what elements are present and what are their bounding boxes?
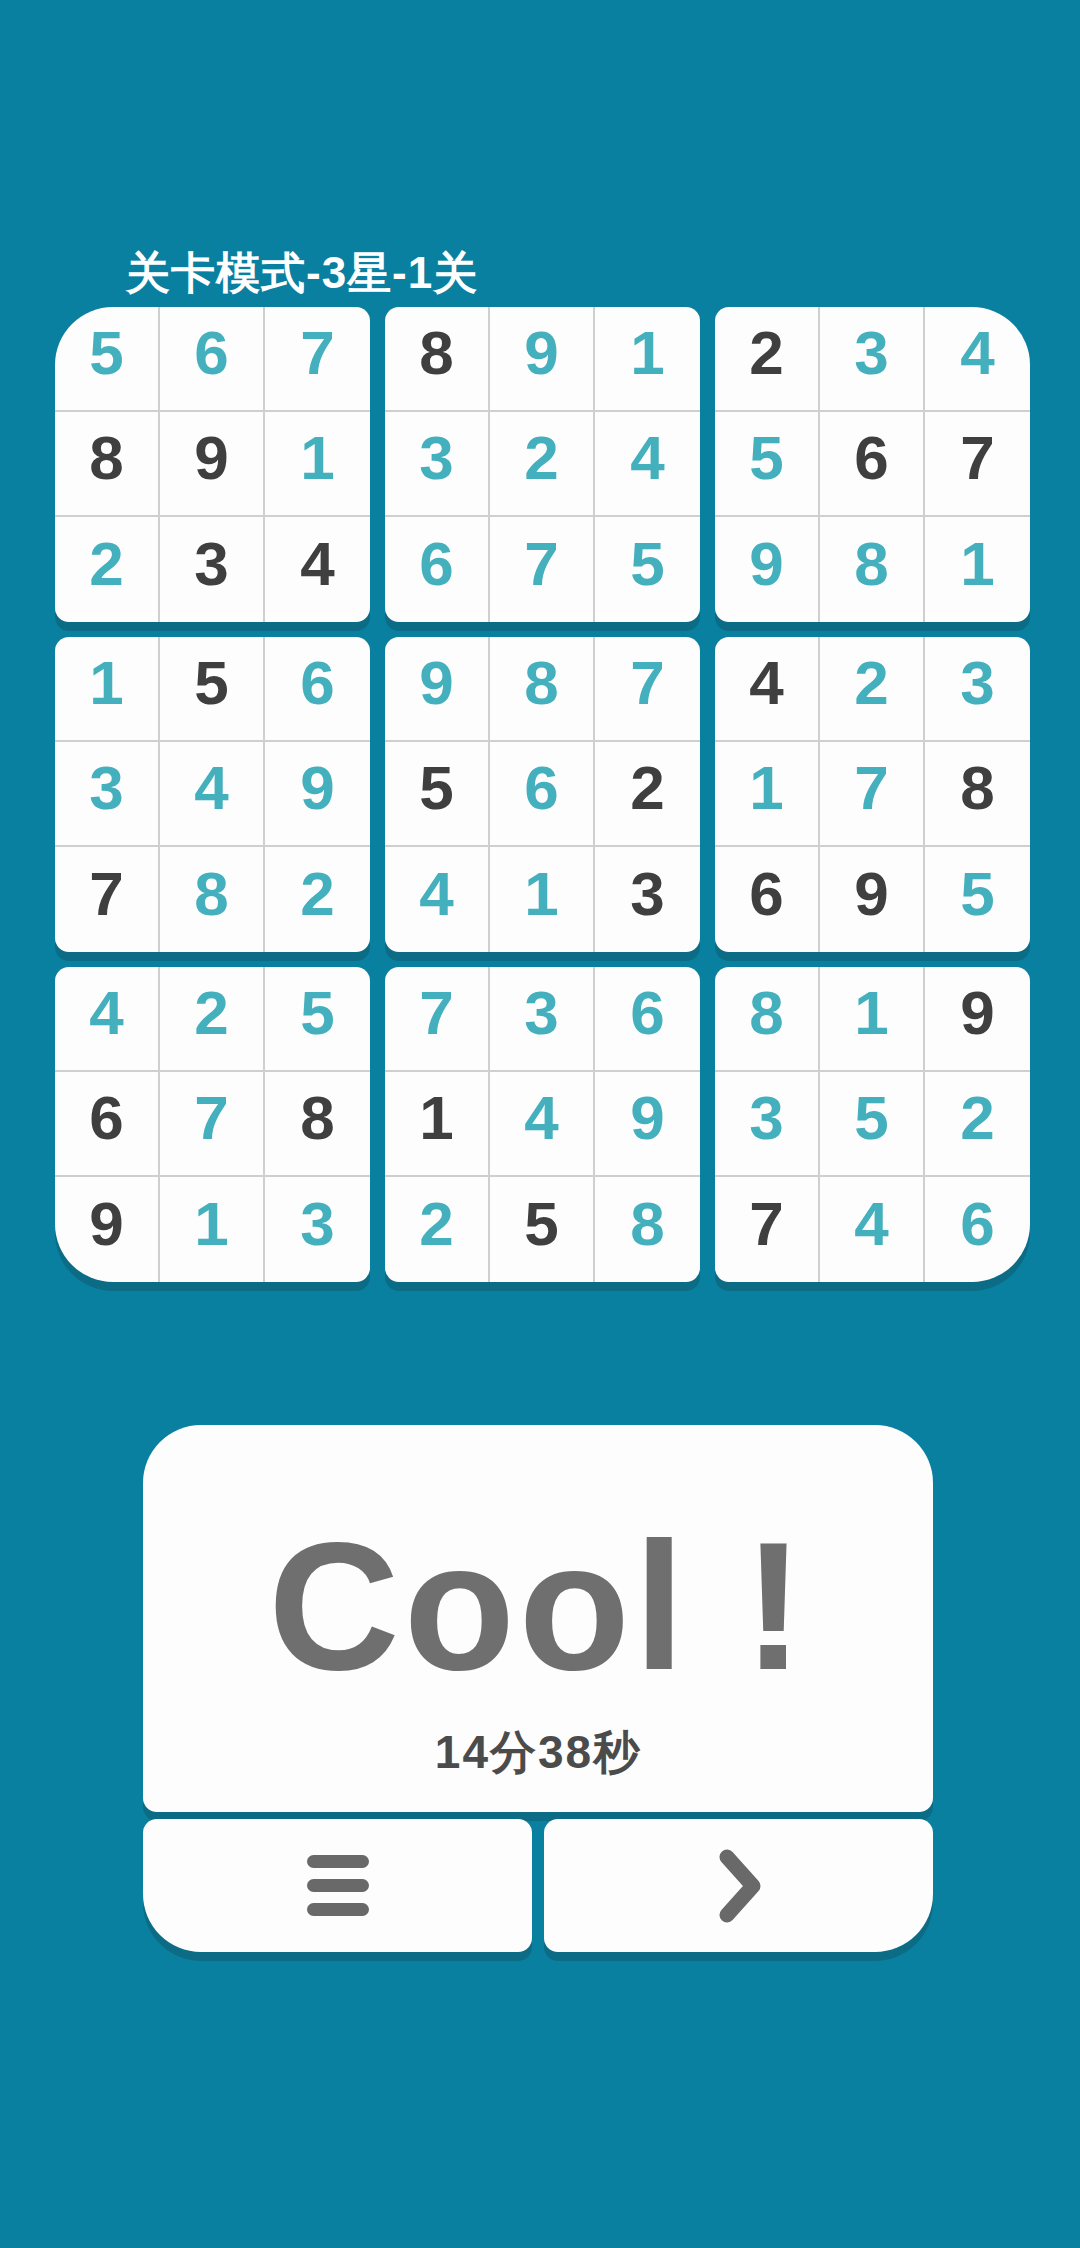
action-button-row <box>143 1819 933 1952</box>
next-level-button[interactable] <box>544 1819 933 1952</box>
cell-r7c3[interactable]: 5 <box>265 967 370 1072</box>
board-block-7: 425678913 <box>55 967 370 1282</box>
cell-r3c2[interactable]: 3 <box>160 517 265 622</box>
cell-r4c9[interactable]: 3 <box>925 637 1030 742</box>
result-card: Cool ! 14分38秒 <box>143 1425 933 1812</box>
cell-r5c3[interactable]: 9 <box>265 742 370 847</box>
cell-r5c2[interactable]: 4 <box>160 742 265 847</box>
cell-r8c9[interactable]: 2 <box>925 1072 1030 1177</box>
cell-r8c5[interactable]: 4 <box>490 1072 595 1177</box>
cell-r6c7[interactable]: 6 <box>715 847 820 952</box>
cell-r3c6[interactable]: 5 <box>595 517 700 622</box>
cell-r1c9[interactable]: 4 <box>925 307 1030 412</box>
cell-r7c1[interactable]: 4 <box>55 967 160 1072</box>
cell-r5c7[interactable]: 1 <box>715 742 820 847</box>
cell-r6c9[interactable]: 5 <box>925 847 1030 952</box>
cell-r3c7[interactable]: 9 <box>715 517 820 622</box>
cell-r1c8[interactable]: 3 <box>820 307 925 412</box>
cell-r3c8[interactable]: 8 <box>820 517 925 622</box>
cell-r2c2[interactable]: 9 <box>160 412 265 517</box>
cell-r8c7[interactable]: 3 <box>715 1072 820 1177</box>
board-block-2: 891324675 <box>385 307 700 622</box>
cell-r9c9[interactable]: 6 <box>925 1177 1030 1282</box>
cell-r8c8[interactable]: 5 <box>820 1072 925 1177</box>
cell-r2c3[interactable]: 1 <box>265 412 370 517</box>
cell-r5c8[interactable]: 7 <box>820 742 925 847</box>
menu-button[interactable] <box>143 1819 532 1952</box>
cell-r1c3[interactable]: 7 <box>265 307 370 412</box>
cell-r2c7[interactable]: 5 <box>715 412 820 517</box>
board-block-4: 156349782 <box>55 637 370 952</box>
cell-r4c7[interactable]: 4 <box>715 637 820 742</box>
cell-r6c1[interactable]: 7 <box>55 847 160 952</box>
cell-r4c2[interactable]: 5 <box>160 637 265 742</box>
level-title: 关卡模式-3星-1关 <box>126 244 478 303</box>
cell-r2c5[interactable]: 2 <box>490 412 595 517</box>
hamburger-icon <box>307 1855 369 1916</box>
cell-r6c3[interactable]: 2 <box>265 847 370 952</box>
board-block-5: 987562413 <box>385 637 700 952</box>
cell-r5c9[interactable]: 8 <box>925 742 1030 847</box>
cell-r4c1[interactable]: 1 <box>55 637 160 742</box>
cell-r1c4[interactable]: 8 <box>385 307 490 412</box>
cell-r1c6[interactable]: 1 <box>595 307 700 412</box>
cell-r3c3[interactable]: 4 <box>265 517 370 622</box>
cell-r7c9[interactable]: 9 <box>925 967 1030 1072</box>
cell-r3c5[interactable]: 7 <box>490 517 595 622</box>
sudoku-board: 5678912348913246752345679811563497829875… <box>55 307 1030 1282</box>
cell-r2c1[interactable]: 8 <box>55 412 160 517</box>
result-message: Cool ! <box>268 1499 808 1714</box>
chevron-right-icon <box>715 1845 763 1927</box>
cell-r7c4[interactable]: 7 <box>385 967 490 1072</box>
cell-r3c1[interactable]: 2 <box>55 517 160 622</box>
cell-r8c4[interactable]: 1 <box>385 1072 490 1177</box>
sudoku-win-screen: 关卡模式-3星-1关 56789123489132467523456798115… <box>0 0 1080 2248</box>
cell-r7c2[interactable]: 2 <box>160 967 265 1072</box>
cell-r8c2[interactable]: 7 <box>160 1072 265 1177</box>
cell-r2c6[interactable]: 4 <box>595 412 700 517</box>
cell-r9c6[interactable]: 8 <box>595 1177 700 1282</box>
cell-r9c7[interactable]: 7 <box>715 1177 820 1282</box>
cell-r4c5[interactable]: 8 <box>490 637 595 742</box>
cell-r7c5[interactable]: 3 <box>490 967 595 1072</box>
cell-r9c4[interactable]: 2 <box>385 1177 490 1282</box>
cell-r1c2[interactable]: 6 <box>160 307 265 412</box>
cell-r6c8[interactable]: 9 <box>820 847 925 952</box>
cell-r2c8[interactable]: 6 <box>820 412 925 517</box>
cell-r8c3[interactable]: 8 <box>265 1072 370 1177</box>
cell-r9c8[interactable]: 4 <box>820 1177 925 1282</box>
result-time: 14分38秒 <box>435 1722 641 1784</box>
cell-r5c4[interactable]: 5 <box>385 742 490 847</box>
cell-r9c2[interactable]: 1 <box>160 1177 265 1282</box>
cell-r5c5[interactable]: 6 <box>490 742 595 847</box>
board-block-1: 567891234 <box>55 307 370 622</box>
cell-r9c3[interactable]: 3 <box>265 1177 370 1282</box>
board-block-6: 423178695 <box>715 637 1030 952</box>
cell-r2c9[interactable]: 7 <box>925 412 1030 517</box>
cell-r1c1[interactable]: 5 <box>55 307 160 412</box>
cell-r9c5[interactable]: 5 <box>490 1177 595 1282</box>
cell-r5c1[interactable]: 3 <box>55 742 160 847</box>
board-block-8: 736149258 <box>385 967 700 1282</box>
cell-r1c5[interactable]: 9 <box>490 307 595 412</box>
cell-r1c7[interactable]: 2 <box>715 307 820 412</box>
cell-r8c6[interactable]: 9 <box>595 1072 700 1177</box>
cell-r2c4[interactable]: 3 <box>385 412 490 517</box>
cell-r6c6[interactable]: 3 <box>595 847 700 952</box>
cell-r7c6[interactable]: 6 <box>595 967 700 1072</box>
cell-r4c8[interactable]: 2 <box>820 637 925 742</box>
cell-r6c4[interactable]: 4 <box>385 847 490 952</box>
board-block-9: 819352746 <box>715 967 1030 1282</box>
cell-r8c1[interactable]: 6 <box>55 1072 160 1177</box>
cell-r6c2[interactable]: 8 <box>160 847 265 952</box>
cell-r6c5[interactable]: 1 <box>490 847 595 952</box>
cell-r3c9[interactable]: 1 <box>925 517 1030 622</box>
cell-r7c8[interactable]: 1 <box>820 967 925 1072</box>
cell-r4c3[interactable]: 6 <box>265 637 370 742</box>
cell-r3c4[interactable]: 6 <box>385 517 490 622</box>
cell-r4c4[interactable]: 9 <box>385 637 490 742</box>
cell-r4c6[interactable]: 7 <box>595 637 700 742</box>
cell-r7c7[interactable]: 8 <box>715 967 820 1072</box>
board-block-3: 234567981 <box>715 307 1030 622</box>
cell-r9c1[interactable]: 9 <box>55 1177 160 1282</box>
cell-r5c6[interactable]: 2 <box>595 742 700 847</box>
